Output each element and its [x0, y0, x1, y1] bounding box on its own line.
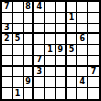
cell-r7c8-empty[interactable] — [77, 67, 88, 78]
sudoku-board: 78413256195737941 — [0, 0, 101, 101]
cell-r3c5-empty[interactable] — [45, 24, 56, 35]
cell-r9c1-empty[interactable] — [2, 88, 13, 99]
cell-r1c2-empty[interactable] — [13, 2, 24, 13]
cell-r8c4-empty[interactable] — [34, 77, 45, 88]
cell-r2c2-empty[interactable] — [13, 13, 24, 24]
cell-r2c1-empty[interactable] — [2, 13, 13, 24]
cell-r8c3-given[interactable]: 9 — [24, 77, 35, 88]
cell-r3c4-empty[interactable] — [34, 24, 45, 35]
cell-r4c5-empty[interactable] — [45, 34, 56, 45]
cell-r9c4-empty[interactable] — [34, 88, 45, 99]
cell-r6c7-empty[interactable] — [67, 56, 78, 67]
cell-r1c4-given[interactable]: 4 — [34, 2, 45, 13]
cell-r6c2-empty[interactable] — [13, 56, 24, 67]
cell-r1c6-empty[interactable] — [56, 2, 67, 13]
cell-r9c8-empty[interactable] — [77, 88, 88, 99]
cell-r2c4-empty[interactable] — [34, 13, 45, 24]
cell-r1c3-given[interactable]: 8 — [24, 2, 35, 13]
cell-r5c1-empty[interactable] — [2, 45, 13, 56]
cell-r3c7-empty[interactable] — [67, 24, 78, 35]
cell-r3c3-empty[interactable] — [24, 24, 35, 35]
cell-r6c6-empty[interactable] — [56, 56, 67, 67]
cell-r5c7-given[interactable]: 5 — [67, 45, 78, 56]
cell-r5c6-given[interactable]: 9 — [56, 45, 67, 56]
cell-r8c2-empty[interactable] — [13, 77, 24, 88]
cell-r4c9-empty[interactable] — [88, 34, 99, 45]
cell-r8c9-empty[interactable] — [88, 77, 99, 88]
cell-r4c3-empty[interactable] — [24, 34, 35, 45]
cell-r8c1-empty[interactable] — [2, 77, 13, 88]
cell-r8c6-empty[interactable] — [56, 77, 67, 88]
cell-r5c2-empty[interactable] — [13, 45, 24, 56]
cell-r6c3-empty[interactable] — [24, 56, 35, 67]
cell-r6c4-given[interactable]: 7 — [34, 56, 45, 67]
cell-r4c2-given[interactable]: 5 — [13, 34, 24, 45]
cell-r5c3-empty[interactable] — [24, 45, 35, 56]
cell-r4c1-given[interactable]: 2 — [2, 34, 13, 45]
cell-r1c9-empty[interactable] — [88, 2, 99, 13]
cell-r7c7-empty[interactable] — [67, 67, 78, 78]
cell-r6c5-empty[interactable] — [45, 56, 56, 67]
cell-r9c5-empty[interactable] — [45, 88, 56, 99]
cell-r7c2-empty[interactable] — [13, 67, 24, 78]
cell-r1c5-empty[interactable] — [45, 2, 56, 13]
cell-r7c6-empty[interactable] — [56, 67, 67, 78]
cell-r9c6-empty[interactable] — [56, 88, 67, 99]
cell-r7c1-empty[interactable] — [2, 67, 13, 78]
sudoku-puzzle: 78413256195737941 — [0, 0, 101, 101]
cell-r4c6-empty[interactable] — [56, 34, 67, 45]
cell-r2c8-empty[interactable] — [77, 13, 88, 24]
cell-r4c7-empty[interactable] — [67, 34, 78, 45]
cell-r2c6-empty[interactable] — [56, 13, 67, 24]
cell-r3c9-empty[interactable] — [88, 24, 99, 35]
cell-r2c3-empty[interactable] — [24, 13, 35, 24]
cell-r9c2-given[interactable]: 1 — [13, 88, 24, 99]
cell-r7c4-given[interactable]: 3 — [34, 67, 45, 78]
cell-r3c8-empty[interactable] — [77, 24, 88, 35]
cell-r9c7-empty[interactable] — [67, 88, 78, 99]
cell-r9c9-empty[interactable] — [88, 88, 99, 99]
cell-r6c1-empty[interactable] — [2, 56, 13, 67]
cell-r5c5-given[interactable]: 1 — [45, 45, 56, 56]
cell-r4c8-given[interactable]: 6 — [77, 34, 88, 45]
cell-r5c8-empty[interactable] — [77, 45, 88, 56]
cell-r7c9-given[interactable]: 7 — [88, 67, 99, 78]
cell-r6c8-empty[interactable] — [77, 56, 88, 67]
cell-r5c4-empty[interactable] — [34, 45, 45, 56]
cell-r2c5-empty[interactable] — [45, 13, 56, 24]
cell-r4c4-empty[interactable] — [34, 34, 45, 45]
cell-r9c3-empty[interactable] — [24, 88, 35, 99]
cell-r7c3-empty[interactable] — [24, 67, 35, 78]
cell-r7c5-empty[interactable] — [45, 67, 56, 78]
cell-r8c8-given[interactable]: 4 — [77, 77, 88, 88]
cell-r3c1-given[interactable]: 3 — [2, 24, 13, 35]
cell-r6c9-empty[interactable] — [88, 56, 99, 67]
cell-r1c7-empty[interactable] — [67, 2, 78, 13]
cell-r8c5-empty[interactable] — [45, 77, 56, 88]
cell-r3c2-empty[interactable] — [13, 24, 24, 35]
cell-r2c7-given[interactable]: 1 — [67, 13, 78, 24]
cell-r5c9-empty[interactable] — [88, 45, 99, 56]
cell-r2c9-empty[interactable] — [88, 13, 99, 24]
cell-r8c7-empty[interactable] — [67, 77, 78, 88]
cell-r3c6-empty[interactable] — [56, 24, 67, 35]
cell-r1c8-empty[interactable] — [77, 2, 88, 13]
cell-r1c1-given[interactable]: 7 — [2, 2, 13, 13]
